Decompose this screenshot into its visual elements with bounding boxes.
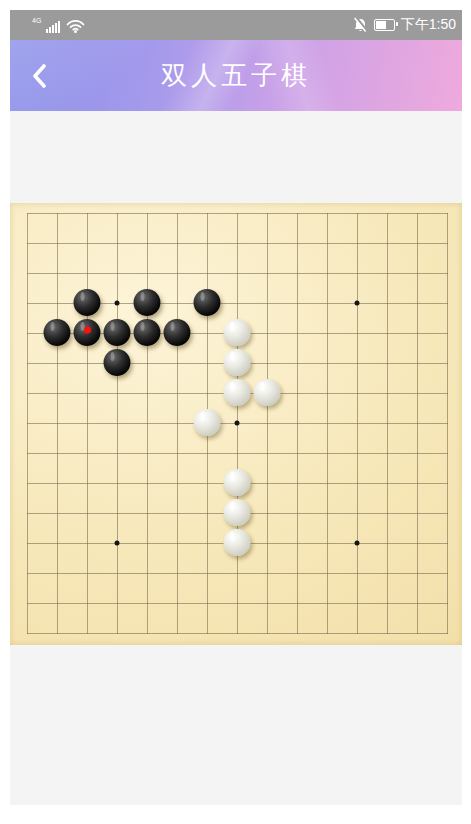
board-grid[interactable] [27, 213, 448, 634]
wifi-icon [66, 18, 85, 33]
star-point [115, 541, 120, 546]
star-point [355, 301, 360, 306]
star-point [115, 301, 120, 306]
network-type-label: 4G [32, 17, 41, 24]
star-point [235, 421, 240, 426]
black-stone [164, 319, 191, 346]
black-stone [104, 349, 131, 376]
black-stone [74, 319, 101, 346]
black-stone [74, 289, 101, 316]
white-stone [224, 529, 251, 556]
last-move-marker [84, 327, 91, 334]
back-button[interactable] [24, 59, 54, 93]
chevron-left-icon [32, 64, 46, 88]
content-area [10, 111, 462, 805]
black-stone [134, 289, 161, 316]
white-stone [224, 379, 251, 406]
gomoku-board [10, 203, 462, 645]
status-left-icons: 4G [32, 17, 85, 33]
clock-time: 下午1:50 [401, 16, 456, 34]
white-stone [224, 469, 251, 496]
app-screen: 4G [10, 10, 462, 805]
page-title: 双人五子棋 [161, 58, 311, 93]
white-stone [194, 409, 221, 436]
title-bar: 双人五子棋 [10, 40, 462, 111]
white-stone [254, 379, 281, 406]
black-stone [104, 319, 131, 346]
white-stone [224, 349, 251, 376]
status-bar: 4G [10, 10, 462, 40]
star-point [355, 541, 360, 546]
black-stone [44, 319, 71, 346]
notifications-off-icon [353, 17, 368, 33]
white-stone [224, 499, 251, 526]
signal-bars-icon [46, 19, 61, 33]
white-stone [224, 319, 251, 346]
status-right-icons: 下午1:50 [353, 16, 456, 34]
black-stone [194, 289, 221, 316]
battery-icon [374, 19, 395, 31]
black-stone [134, 319, 161, 346]
